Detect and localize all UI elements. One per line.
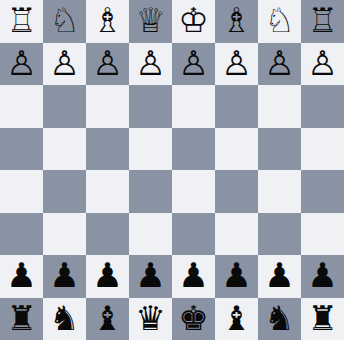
square-r1-c1[interactable]: ♙ — [43, 43, 86, 86]
square-r4-c6[interactable] — [258, 170, 301, 213]
square-r4-c7[interactable] — [301, 170, 344, 213]
white-king-piece[interactable]: ♔ — [178, 3, 208, 37]
square-r4-c5[interactable] — [215, 170, 258, 213]
square-r5-c4[interactable] — [172, 213, 215, 256]
square-r3-c2[interactable] — [86, 128, 129, 171]
white-pawn-piece[interactable]: ♙ — [264, 46, 294, 80]
square-r3-c1[interactable] — [43, 128, 86, 171]
square-r4-c1[interactable] — [43, 170, 86, 213]
white-bishop-piece[interactable]: ♗ — [221, 3, 251, 37]
white-bishop-piece[interactable]: ♗ — [92, 3, 122, 37]
square-r4-c4[interactable] — [172, 170, 215, 213]
square-r7-c7[interactable]: ♜ — [301, 298, 344, 340]
square-r6-c1[interactable]: ♟ — [43, 255, 86, 298]
black-pawn-piece[interactable]: ♟ — [135, 258, 165, 292]
square-r2-c7[interactable] — [301, 85, 344, 128]
square-r1-c7[interactable]: ♙ — [301, 43, 344, 86]
square-r7-c2[interactable]: ♝ — [86, 298, 129, 340]
square-r5-c0[interactable] — [0, 213, 43, 256]
black-pawn-piece[interactable]: ♟ — [92, 258, 122, 292]
square-r0-c1[interactable]: ♘ — [43, 0, 86, 43]
black-pawn-piece[interactable]: ♟ — [6, 258, 36, 292]
black-pawn-piece[interactable]: ♟ — [221, 258, 251, 292]
white-pawn-piece[interactable]: ♙ — [49, 46, 79, 80]
white-rook-piece[interactable]: ♖ — [6, 3, 36, 37]
black-pawn-piece[interactable]: ♟ — [49, 258, 79, 292]
chess-board: ♖♘♗♕♔♗♘♖♙♙♙♙♙♙♙♙♟♟♟♟♟♟♟♟♜♞♝♛♚♝♞♜ — [0, 0, 344, 340]
square-r0-c2[interactable]: ♗ — [86, 0, 129, 43]
square-r0-c6[interactable]: ♘ — [258, 0, 301, 43]
square-r1-c4[interactable]: ♙ — [172, 43, 215, 86]
black-knight-piece[interactable]: ♞ — [264, 301, 294, 335]
black-bishop-piece[interactable]: ♝ — [92, 301, 122, 335]
white-pawn-piece[interactable]: ♙ — [307, 46, 337, 80]
square-r7-c4[interactable]: ♚ — [172, 298, 215, 340]
square-r0-c7[interactable]: ♖ — [301, 0, 344, 43]
square-r0-c0[interactable]: ♖ — [0, 0, 43, 43]
black-pawn-piece[interactable]: ♟ — [307, 258, 337, 292]
black-king-piece[interactable]: ♚ — [178, 301, 208, 335]
square-r3-c6[interactable] — [258, 128, 301, 171]
square-r2-c1[interactable] — [43, 85, 86, 128]
square-r2-c6[interactable] — [258, 85, 301, 128]
square-r3-c3[interactable] — [129, 128, 172, 171]
square-r1-c5[interactable]: ♙ — [215, 43, 258, 86]
square-r5-c5[interactable] — [215, 213, 258, 256]
white-pawn-piece[interactable]: ♙ — [135, 46, 165, 80]
square-r3-c5[interactable] — [215, 128, 258, 171]
white-rook-piece[interactable]: ♖ — [307, 3, 337, 37]
square-r3-c0[interactable] — [0, 128, 43, 171]
square-r6-c5[interactable]: ♟ — [215, 255, 258, 298]
white-queen-piece[interactable]: ♕ — [135, 3, 165, 37]
white-pawn-piece[interactable]: ♙ — [6, 46, 36, 80]
square-r2-c5[interactable] — [215, 85, 258, 128]
black-bishop-piece[interactable]: ♝ — [221, 301, 251, 335]
square-r2-c4[interactable] — [172, 85, 215, 128]
white-pawn-piece[interactable]: ♙ — [221, 46, 251, 80]
square-r7-c6[interactable]: ♞ — [258, 298, 301, 340]
square-r6-c0[interactable]: ♟ — [0, 255, 43, 298]
square-r6-c6[interactable]: ♟ — [258, 255, 301, 298]
square-r7-c5[interactable]: ♝ — [215, 298, 258, 340]
black-pawn-piece[interactable]: ♟ — [178, 258, 208, 292]
square-r0-c4[interactable]: ♔ — [172, 0, 215, 43]
square-r6-c7[interactable]: ♟ — [301, 255, 344, 298]
white-pawn-piece[interactable]: ♙ — [178, 46, 208, 80]
black-knight-piece[interactable]: ♞ — [49, 301, 79, 335]
square-r2-c3[interactable] — [129, 85, 172, 128]
black-pawn-piece[interactable]: ♟ — [264, 258, 294, 292]
square-r6-c3[interactable]: ♟ — [129, 255, 172, 298]
square-r1-c3[interactable]: ♙ — [129, 43, 172, 86]
square-r0-c5[interactable]: ♗ — [215, 0, 258, 43]
square-r7-c1[interactable]: ♞ — [43, 298, 86, 340]
square-r4-c2[interactable] — [86, 170, 129, 213]
square-r1-c6[interactable]: ♙ — [258, 43, 301, 86]
square-r5-c1[interactable] — [43, 213, 86, 256]
white-knight-piece[interactable]: ♘ — [264, 3, 294, 37]
square-r6-c2[interactable]: ♟ — [86, 255, 129, 298]
square-r0-c3[interactable]: ♕ — [129, 0, 172, 43]
square-r2-c2[interactable] — [86, 85, 129, 128]
square-r4-c3[interactable] — [129, 170, 172, 213]
black-rook-piece[interactable]: ♜ — [307, 301, 337, 335]
square-r2-c0[interactable] — [0, 85, 43, 128]
square-r5-c7[interactable] — [301, 213, 344, 256]
square-r5-c6[interactable] — [258, 213, 301, 256]
square-r4-c0[interactable] — [0, 170, 43, 213]
white-pawn-piece[interactable]: ♙ — [92, 46, 122, 80]
white-knight-piece[interactable]: ♘ — [49, 3, 79, 37]
square-r6-c4[interactable]: ♟ — [172, 255, 215, 298]
square-r1-c0[interactable]: ♙ — [0, 43, 43, 86]
square-r3-c7[interactable] — [301, 128, 344, 171]
square-r1-c2[interactable]: ♙ — [86, 43, 129, 86]
square-r7-c0[interactable]: ♜ — [0, 298, 43, 340]
square-r5-c2[interactable] — [86, 213, 129, 256]
black-queen-piece[interactable]: ♛ — [135, 301, 165, 335]
black-rook-piece[interactable]: ♜ — [6, 301, 36, 335]
square-r3-c4[interactable] — [172, 128, 215, 171]
square-r5-c3[interactable] — [129, 213, 172, 256]
square-r7-c3[interactable]: ♛ — [129, 298, 172, 340]
